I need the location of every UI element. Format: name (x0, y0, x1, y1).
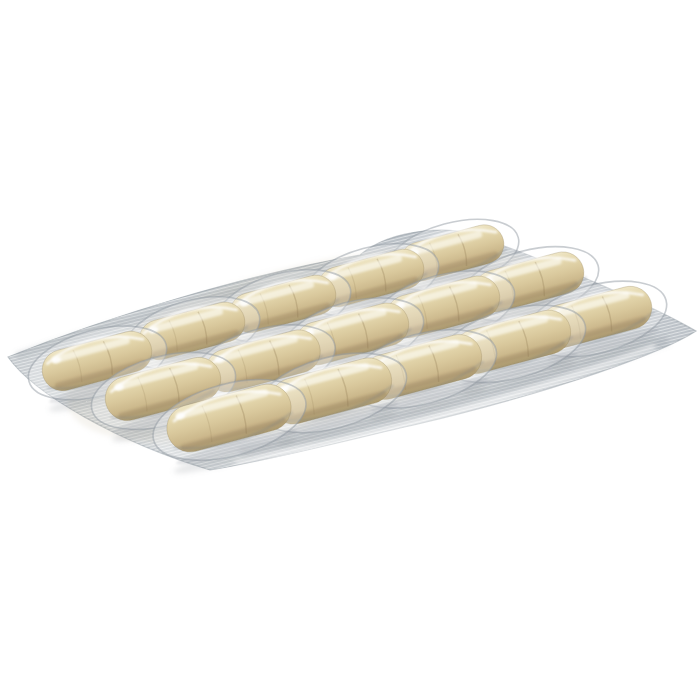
product-photo (0, 0, 700, 700)
blister-pack-image (0, 0, 700, 700)
